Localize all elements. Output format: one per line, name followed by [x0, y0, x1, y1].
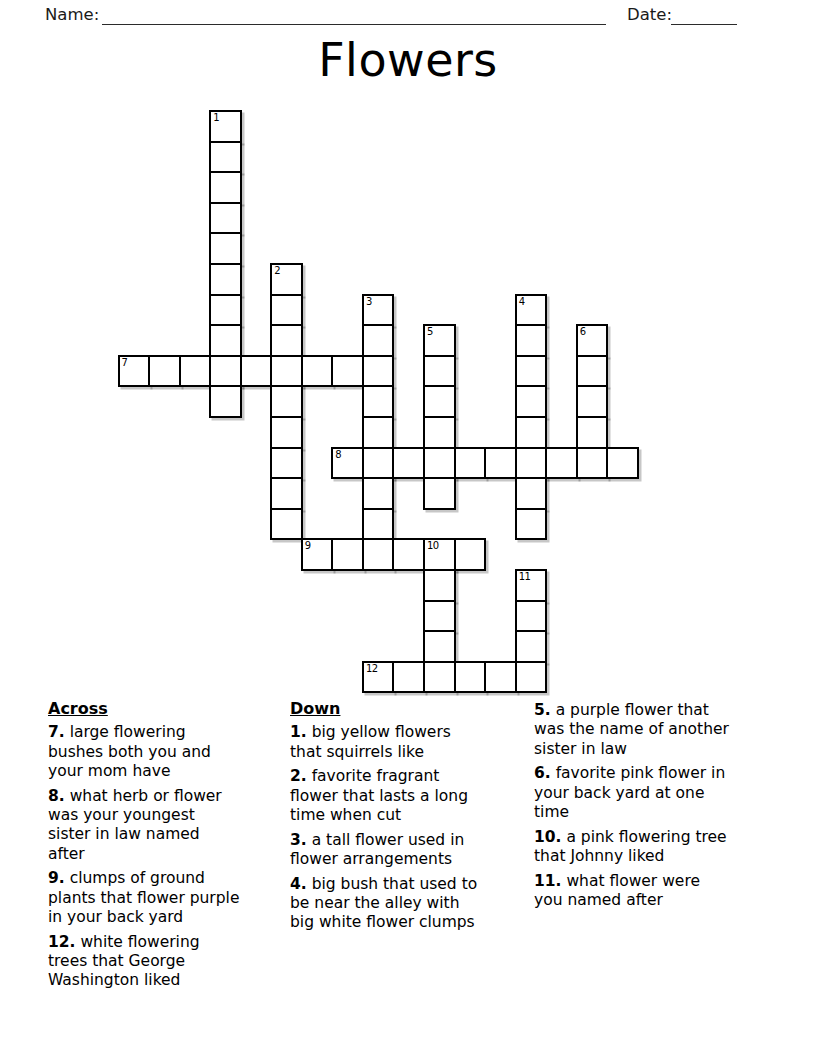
clue-text: a purple flower that was the name of ano…	[534, 701, 729, 758]
grid-cell[interactable]: 11	[515, 569, 548, 602]
cell-number: 8	[335, 449, 341, 460]
grid-cell[interactable]	[392, 538, 425, 571]
cell-number: 3	[366, 296, 372, 307]
clue-number: 10.	[534, 828, 561, 846]
cell-number: 1	[213, 112, 219, 123]
grid-cell[interactable]	[454, 538, 487, 571]
across-clues-column: Across 7. large flowering bushes both yo…	[48, 699, 240, 996]
clue-number: 8.	[48, 787, 65, 805]
grid-cell[interactable]	[148, 355, 181, 388]
grid-cell[interactable]	[576, 416, 609, 449]
grid-cell[interactable]	[270, 416, 303, 449]
clue-text: a pink flowering tree that Johnny liked	[534, 828, 727, 865]
grid-cell[interactable]	[362, 477, 395, 510]
grid-cell[interactable]	[576, 385, 609, 418]
crossword-grid: 123456789101112	[0, 0, 816, 700]
grid-cell[interactable]	[454, 447, 487, 480]
clue-text: what herb or flower was your youngest si…	[48, 787, 222, 863]
clue-number: 9.	[48, 869, 65, 887]
grid-cell[interactable]	[209, 324, 242, 357]
grid-cell[interactable]	[423, 600, 456, 633]
grid-cell[interactable]	[515, 630, 548, 663]
down-header: Down	[290, 699, 486, 718]
cell-number: 9	[305, 540, 311, 551]
grid-cell[interactable]	[301, 355, 334, 388]
clue-number: 4.	[290, 875, 307, 893]
grid-cell[interactable]	[209, 263, 242, 296]
grid-cell[interactable]	[423, 385, 456, 418]
clue-number: 1.	[290, 723, 307, 741]
grid-cell[interactable]	[515, 324, 548, 357]
grid-cell[interactable]	[515, 508, 548, 541]
grid-cell[interactable]	[362, 508, 395, 541]
grid-cell[interactable]	[209, 385, 242, 418]
clue-number: 11.	[534, 872, 561, 890]
grid-cell[interactable]	[331, 538, 364, 571]
clue-text: favorite pink flower in your back yard a…	[534, 764, 725, 821]
grid-cell[interactable]	[362, 324, 395, 357]
grid-cell[interactable]	[484, 447, 517, 480]
grid-cell[interactable]	[515, 661, 548, 694]
grid-cell[interactable]	[270, 385, 303, 418]
down-clues-column-2: 5. a purple flower that was the name of …	[534, 699, 730, 916]
clue-text: clumps of ground plants that flower purp…	[48, 869, 239, 926]
grid-cell[interactable]	[270, 508, 303, 541]
grid-cell[interactable]	[209, 141, 242, 174]
clue-down-10: 10. a pink flowering tree that Johnny li…	[534, 828, 730, 867]
clue-text: big bush that used to be near the alley …	[290, 875, 477, 932]
cell-number: 11	[519, 571, 531, 582]
clue-down-4: 4. big bush that used to be near the all…	[290, 875, 486, 933]
grid-cell[interactable]	[392, 661, 425, 694]
grid-cell[interactable]: 10	[423, 538, 456, 571]
grid-cell[interactable]: 4	[515, 294, 548, 327]
grid-cell[interactable]	[362, 447, 395, 480]
clue-text: favorite fragrant flower that lasts a lo…	[290, 767, 468, 824]
grid-cell[interactable]	[484, 661, 517, 694]
grid-cell[interactable]	[362, 538, 395, 571]
grid-cell[interactable]	[362, 385, 395, 418]
grid-cell[interactable]	[270, 477, 303, 510]
clue-across-12: 12. white flowering trees that George Wa…	[48, 933, 240, 991]
grid-cell[interactable]	[209, 294, 242, 327]
clue-down-1: 1. big yellow flowers that squirrels lik…	[290, 723, 486, 762]
grid-cell[interactable]	[423, 447, 456, 480]
clue-across-7: 7. large flowering bushes both you and y…	[48, 723, 240, 781]
grid-cell[interactable]	[423, 569, 456, 602]
grid-cell[interactable]	[270, 355, 303, 388]
cell-number: 4	[519, 296, 525, 307]
grid-cell[interactable]	[423, 355, 456, 388]
grid-cell[interactable]	[545, 447, 578, 480]
grid-cell[interactable]	[209, 171, 242, 204]
grid-cell[interactable]	[270, 447, 303, 480]
clue-number: 6.	[534, 764, 551, 782]
grid-cell[interactable]	[362, 355, 395, 388]
cell-number: 5	[427, 326, 433, 337]
grid-cell[interactable]: 1	[209, 110, 242, 143]
grid-cell[interactable]	[515, 600, 548, 633]
grid-cell[interactable]	[423, 661, 456, 694]
grid-cell[interactable]: 9	[301, 538, 334, 571]
cell-number: 2	[274, 265, 280, 276]
grid-cell[interactable]	[209, 232, 242, 265]
down-clues-column: Down 1. big yellow flowers that squirrel…	[290, 699, 486, 938]
grid-cell[interactable]	[515, 447, 548, 480]
grid-cell[interactable]	[423, 477, 456, 510]
grid-cell[interactable]: 2	[270, 263, 303, 296]
grid-cell[interactable]	[331, 355, 364, 388]
cell-number: 12	[366, 663, 378, 674]
clue-down-5: 5. a purple flower that was the name of …	[534, 701, 730, 759]
clue-across-9: 9. clumps of ground plants that flower p…	[48, 869, 240, 927]
cell-number: 6	[580, 326, 586, 337]
clue-number: 3.	[290, 831, 307, 849]
clue-down-3: 3. a tall flower used in flower arrangem…	[290, 831, 486, 870]
grid-cell[interactable]	[423, 416, 456, 449]
grid-cell[interactable]: 6	[576, 324, 609, 357]
grid-cell[interactable]	[270, 324, 303, 357]
grid-cell[interactable]: 12	[362, 661, 395, 694]
clue-number: 12.	[48, 933, 75, 951]
grid-cell[interactable]	[423, 630, 456, 663]
grid-cell[interactable]	[240, 355, 273, 388]
grid-cell[interactable]	[270, 294, 303, 327]
grid-cell[interactable]: 5	[423, 324, 456, 357]
grid-cell[interactable]	[576, 355, 609, 388]
clue-number: 7.	[48, 723, 65, 741]
grid-cell[interactable]: 3	[362, 294, 395, 327]
grid-cell[interactable]	[392, 447, 425, 480]
grid-cell[interactable]: 7	[118, 355, 151, 388]
grid-cell[interactable]	[362, 416, 395, 449]
clue-text: big yellow flowers that squirrels like	[290, 723, 451, 760]
grid-cell[interactable]	[454, 661, 487, 694]
clue-down-2: 2. favorite fragrant flower that lasts a…	[290, 767, 486, 825]
grid-cell[interactable]	[576, 447, 609, 480]
clue-across-8: 8. what herb or flower was your youngest…	[48, 787, 240, 864]
clue-down-11: 11. what flower were you named after	[534, 872, 730, 911]
clue-text: large flowering bushes both you and your…	[48, 723, 211, 780]
clue-text: a tall flower used in flower arrangement…	[290, 831, 464, 868]
clue-number: 5.	[534, 701, 551, 719]
clue-down-6: 6. favorite pink flower in your back yar…	[534, 764, 730, 822]
cell-number: 7	[122, 357, 128, 368]
grid-cell[interactable]	[515, 385, 548, 418]
grid-cell[interactable]	[515, 355, 548, 388]
grid-cell[interactable]	[209, 202, 242, 235]
grid-cell[interactable]: 8	[331, 447, 364, 480]
cell-number: 10	[427, 540, 439, 551]
grid-cell[interactable]	[179, 355, 212, 388]
grid-cell[interactable]	[209, 355, 242, 388]
across-header: Across	[48, 699, 240, 718]
grid-cell[interactable]	[515, 416, 548, 449]
grid-cell[interactable]	[515, 477, 548, 510]
clue-number: 2.	[290, 767, 307, 785]
grid-cell[interactable]	[606, 447, 639, 480]
